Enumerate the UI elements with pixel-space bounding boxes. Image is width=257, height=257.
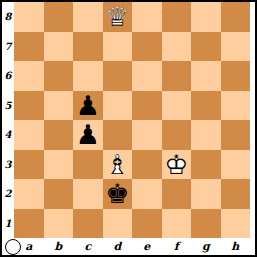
file-label-c: c — [73, 238, 103, 255]
square-f5[interactable] — [162, 91, 192, 121]
white-queen-outline-glyph: ♕ — [103, 2, 133, 32]
rank-labels: 87654321 — [2, 2, 14, 238]
square-f7[interactable] — [162, 32, 192, 62]
square-f3[interactable]: ♚♔ — [162, 150, 192, 180]
square-e4[interactable] — [132, 120, 162, 150]
square-e1[interactable] — [132, 209, 162, 239]
square-h7[interactable] — [221, 32, 251, 62]
black-king-glyph: ♚ — [103, 179, 133, 209]
square-c3[interactable] — [73, 150, 103, 180]
white-king-f3[interactable]: ♚♔ — [162, 150, 192, 180]
square-h5[interactable] — [221, 91, 251, 121]
square-e3[interactable] — [132, 150, 162, 180]
rank-label-8: 8 — [2, 2, 14, 32]
square-d1[interactable] — [103, 209, 133, 239]
square-b5[interactable] — [44, 91, 74, 121]
white-to-move-indicator-circle — [5, 239, 21, 255]
rank-label-3: 3 — [2, 150, 14, 180]
square-a5[interactable] — [14, 91, 44, 121]
square-f1[interactable] — [162, 209, 192, 239]
square-f6[interactable] — [162, 61, 192, 91]
white-bishop-outline-glyph: ♗ — [103, 150, 133, 180]
file-label-g: g — [191, 238, 221, 255]
square-h6[interactable] — [221, 61, 251, 91]
square-b1[interactable] — [44, 209, 74, 239]
file-label-b: b — [44, 238, 74, 255]
square-c6[interactable] — [73, 61, 103, 91]
square-c1[interactable] — [73, 209, 103, 239]
white-queen-d8[interactable]: ♛♕ — [103, 2, 133, 32]
square-c5[interactable]: ♟ — [73, 91, 103, 121]
square-a8[interactable] — [14, 2, 44, 32]
rank-label-5: 5 — [2, 91, 14, 121]
square-e6[interactable] — [132, 61, 162, 91]
rank-label-2: 2 — [2, 179, 14, 209]
square-h1[interactable] — [221, 209, 251, 239]
square-c2[interactable] — [73, 179, 103, 209]
file-label-h: h — [221, 238, 251, 255]
square-a3[interactable] — [14, 150, 44, 180]
square-b3[interactable] — [44, 150, 74, 180]
square-a6[interactable] — [14, 61, 44, 91]
square-f8[interactable] — [162, 2, 192, 32]
square-g2[interactable] — [191, 179, 221, 209]
rank-label-4: 4 — [2, 120, 14, 150]
square-g8[interactable] — [191, 2, 221, 32]
square-f2[interactable] — [162, 179, 192, 209]
square-a4[interactable] — [14, 120, 44, 150]
square-e7[interactable] — [132, 32, 162, 62]
black-king-d2[interactable]: ♚ — [103, 179, 133, 209]
square-g1[interactable] — [191, 209, 221, 239]
square-h8[interactable] — [221, 2, 251, 32]
file-labels: abcdefgh — [14, 238, 250, 255]
square-h2[interactable] — [221, 179, 251, 209]
black-pawn-glyph: ♟ — [73, 91, 103, 121]
square-h3[interactable] — [221, 150, 251, 180]
square-a7[interactable] — [14, 32, 44, 62]
square-d8[interactable]: ♛♕ — [103, 2, 133, 32]
square-g5[interactable] — [191, 91, 221, 121]
square-d4[interactable] — [103, 120, 133, 150]
square-d7[interactable] — [103, 32, 133, 62]
square-g7[interactable] — [191, 32, 221, 62]
file-label-d: d — [103, 238, 133, 255]
square-g6[interactable] — [191, 61, 221, 91]
black-pawn-c4[interactable]: ♟ — [73, 120, 103, 150]
rank-label-7: 7 — [2, 32, 14, 62]
square-f4[interactable] — [162, 120, 192, 150]
square-c7[interactable] — [73, 32, 103, 62]
rank-label-1: 1 — [2, 209, 14, 239]
black-pawn-c5[interactable]: ♟ — [73, 91, 103, 121]
white-king-outline-glyph: ♔ — [162, 150, 192, 180]
black-pawn-glyph: ♟ — [73, 120, 103, 150]
square-d2[interactable]: ♚ — [103, 179, 133, 209]
white-bishop-d3[interactable]: ♝♗ — [103, 150, 133, 180]
square-h4[interactable] — [221, 120, 251, 150]
square-c4[interactable]: ♟ — [73, 120, 103, 150]
file-label-e: e — [132, 238, 162, 255]
chess-board: ♛♕♟♟♝♗♚♔♚ — [14, 2, 250, 238]
square-e2[interactable] — [132, 179, 162, 209]
square-e5[interactable] — [132, 91, 162, 121]
square-b6[interactable] — [44, 61, 74, 91]
square-g4[interactable] — [191, 120, 221, 150]
square-d6[interactable] — [103, 61, 133, 91]
square-e8[interactable] — [132, 2, 162, 32]
square-a2[interactable] — [14, 179, 44, 209]
square-g3[interactable] — [191, 150, 221, 180]
square-d3[interactable]: ♝♗ — [103, 150, 133, 180]
file-label-f: f — [162, 238, 192, 255]
square-d5[interactable] — [103, 91, 133, 121]
chess-diagram: ♛♕♟♟♝♗♚♔♚ 87654321 abcdefgh — [0, 0, 257, 257]
square-b7[interactable] — [44, 32, 74, 62]
square-b2[interactable] — [44, 179, 74, 209]
square-a1[interactable] — [14, 209, 44, 239]
square-c8[interactable] — [73, 2, 103, 32]
rank-label-6: 6 — [2, 61, 14, 91]
square-b4[interactable] — [44, 120, 74, 150]
square-b8[interactable] — [44, 2, 74, 32]
